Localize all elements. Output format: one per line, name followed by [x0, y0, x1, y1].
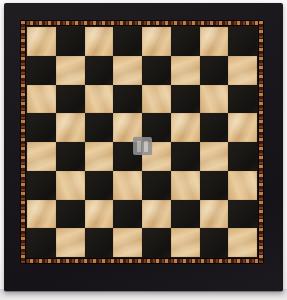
- square: [228, 142, 257, 171]
- inlay-border-right: [259, 21, 263, 263]
- square: [56, 85, 85, 114]
- square: [228, 228, 257, 257]
- square: [228, 27, 257, 56]
- square: [85, 85, 114, 114]
- square: [171, 228, 200, 257]
- inlay-border-left: [21, 21, 25, 263]
- chess-board: [4, 3, 283, 292]
- square: [142, 56, 171, 85]
- square: [85, 56, 114, 85]
- square: [142, 200, 171, 229]
- square: [56, 56, 85, 85]
- square: [142, 85, 171, 114]
- pause-bar-left: [137, 141, 141, 152]
- square: [200, 85, 229, 114]
- square: [27, 171, 56, 200]
- square: [27, 200, 56, 229]
- square: [113, 27, 142, 56]
- square: [171, 113, 200, 142]
- square: [27, 27, 56, 56]
- square: [85, 27, 114, 56]
- square: [56, 171, 85, 200]
- square: [228, 171, 257, 200]
- square: [27, 85, 56, 114]
- square: [27, 142, 56, 171]
- pause-watermark-icon: [133, 137, 152, 155]
- inlay-border-bottom: [21, 259, 263, 263]
- square: [56, 200, 85, 229]
- square: [85, 113, 114, 142]
- product-photo: [0, 0, 287, 300]
- square: [171, 142, 200, 171]
- square: [171, 85, 200, 114]
- square: [142, 27, 171, 56]
- square: [27, 113, 56, 142]
- square: [113, 56, 142, 85]
- square: [85, 228, 114, 257]
- square: [200, 228, 229, 257]
- square: [27, 56, 56, 85]
- square: [200, 142, 229, 171]
- square: [85, 200, 114, 229]
- square: [113, 171, 142, 200]
- square: [113, 85, 142, 114]
- inlay-border-top: [21, 21, 263, 25]
- square: [228, 56, 257, 85]
- square: [171, 27, 200, 56]
- square: [171, 171, 200, 200]
- square: [228, 113, 257, 142]
- square: [142, 228, 171, 257]
- square: [171, 200, 200, 229]
- square: [171, 56, 200, 85]
- square: [200, 27, 229, 56]
- square: [85, 171, 114, 200]
- square: [142, 171, 171, 200]
- square: [228, 85, 257, 114]
- square: [113, 200, 142, 229]
- square: [228, 200, 257, 229]
- square: [200, 171, 229, 200]
- square: [56, 113, 85, 142]
- square: [56, 228, 85, 257]
- square: [113, 228, 142, 257]
- pause-bar-right: [144, 141, 148, 152]
- square: [200, 113, 229, 142]
- square: [56, 27, 85, 56]
- square: [56, 142, 85, 171]
- square: [27, 228, 56, 257]
- square: [200, 200, 229, 229]
- square: [85, 142, 114, 171]
- square: [200, 56, 229, 85]
